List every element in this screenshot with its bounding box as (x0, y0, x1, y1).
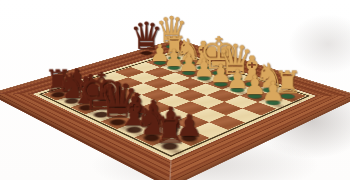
white-pawn-glyph: ♟ (262, 78, 286, 105)
black-rook-glyph: ♜ (153, 112, 186, 149)
piece-shadow (162, 146, 190, 159)
product-photo-scene: ♜♞♝♚♛♝♞♜♟♟♟♟♟♟♟♟♟♟♟♟♟♟♟♟♜♞♝♚♛♝♞♜♛♛ (0, 0, 350, 180)
chess-board: ♜♞♝♚♛♝♞♜♟♟♟♟♟♟♟♟♟♟♟♟♟♟♟♟♜♞♝♚♛♝♞♜♛♛ (0, 39, 350, 180)
